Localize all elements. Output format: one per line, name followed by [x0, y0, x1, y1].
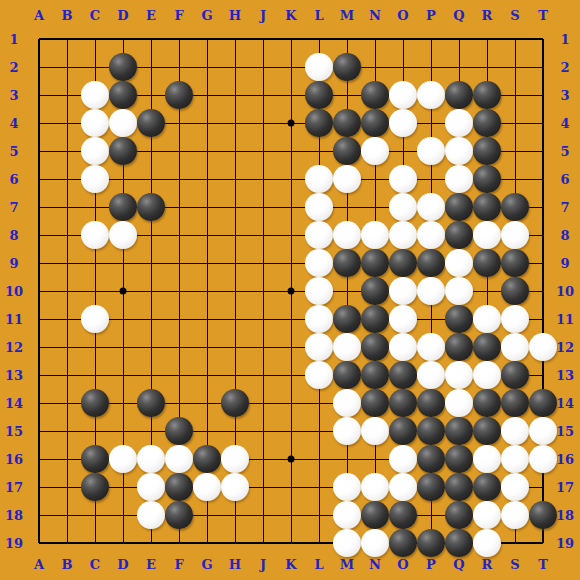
intersection-O15[interactable] [389, 417, 417, 445]
intersection-A5[interactable] [25, 137, 53, 165]
intersection-E14[interactable] [137, 389, 165, 417]
intersection-E4[interactable] [137, 109, 165, 137]
black-stone-M11[interactable] [333, 305, 361, 333]
intersection-B2[interactable] [53, 53, 81, 81]
intersection-E6[interactable] [137, 165, 165, 193]
intersection-R8[interactable] [473, 221, 501, 249]
intersection-J18[interactable] [249, 501, 277, 529]
intersection-A1[interactable] [25, 25, 53, 53]
black-stone-R9[interactable] [473, 249, 501, 277]
white-stone-L9[interactable] [305, 249, 333, 277]
intersection-C3[interactable] [81, 81, 109, 109]
white-stone-S15[interactable] [501, 417, 529, 445]
white-stone-Q13[interactable] [445, 361, 473, 389]
intersection-R5[interactable] [473, 137, 501, 165]
intersection-J10[interactable] [249, 277, 277, 305]
intersection-F10[interactable] [165, 277, 193, 305]
intersection-T13[interactable] [529, 361, 557, 389]
intersection-F18[interactable] [165, 501, 193, 529]
intersection-N14[interactable] [361, 389, 389, 417]
black-stone-R3[interactable] [473, 81, 501, 109]
intersection-B8[interactable] [53, 221, 81, 249]
intersection-A3[interactable] [25, 81, 53, 109]
intersection-D19[interactable] [109, 529, 137, 557]
intersection-H13[interactable] [221, 361, 249, 389]
intersection-P19[interactable] [417, 529, 445, 557]
black-stone-T14[interactable] [529, 389, 557, 417]
intersection-E8[interactable] [137, 221, 165, 249]
intersection-D17[interactable] [109, 473, 137, 501]
intersection-H7[interactable] [221, 193, 249, 221]
intersection-Q8[interactable] [445, 221, 473, 249]
white-stone-P7[interactable] [417, 193, 445, 221]
intersection-R3[interactable] [473, 81, 501, 109]
intersection-M18[interactable] [333, 501, 361, 529]
intersection-S9[interactable] [501, 249, 529, 277]
black-stone-Q16[interactable] [445, 445, 473, 473]
intersection-F11[interactable] [165, 305, 193, 333]
black-stone-S9[interactable] [501, 249, 529, 277]
intersection-N1[interactable] [361, 25, 389, 53]
intersection-J9[interactable] [249, 249, 277, 277]
intersection-P7[interactable] [417, 193, 445, 221]
intersection-H15[interactable] [221, 417, 249, 445]
intersection-T11[interactable] [529, 305, 557, 333]
intersection-C1[interactable] [81, 25, 109, 53]
intersection-O4[interactable] [389, 109, 417, 137]
intersection-S18[interactable] [501, 501, 529, 529]
white-stone-G17[interactable] [193, 473, 221, 501]
white-stone-F16[interactable] [165, 445, 193, 473]
intersection-L7[interactable] [305, 193, 333, 221]
intersection-C13[interactable] [81, 361, 109, 389]
white-stone-R13[interactable] [473, 361, 501, 389]
white-stone-C8[interactable] [81, 221, 109, 249]
intersection-T9[interactable] [529, 249, 557, 277]
intersection-H14[interactable] [221, 389, 249, 417]
intersection-L5[interactable] [305, 137, 333, 165]
intersection-G7[interactable] [193, 193, 221, 221]
intersection-Q4[interactable] [445, 109, 473, 137]
white-stone-S11[interactable] [501, 305, 529, 333]
intersection-C8[interactable] [81, 221, 109, 249]
intersection-K19[interactable] [277, 529, 305, 557]
white-stone-S17[interactable] [501, 473, 529, 501]
intersection-K16[interactable] [277, 445, 305, 473]
intersection-C16[interactable] [81, 445, 109, 473]
intersection-R19[interactable] [473, 529, 501, 557]
intersection-E9[interactable] [137, 249, 165, 277]
intersection-A2[interactable] [25, 53, 53, 81]
black-stone-R5[interactable] [473, 137, 501, 165]
white-stone-O10[interactable] [389, 277, 417, 305]
white-stone-H16[interactable] [221, 445, 249, 473]
intersection-G6[interactable] [193, 165, 221, 193]
intersection-G3[interactable] [193, 81, 221, 109]
black-stone-L4[interactable] [305, 109, 333, 137]
intersection-Q16[interactable] [445, 445, 473, 473]
intersection-K12[interactable] [277, 333, 305, 361]
black-stone-Q7[interactable] [445, 193, 473, 221]
black-stone-C16[interactable] [81, 445, 109, 473]
intersection-N12[interactable] [361, 333, 389, 361]
intersection-F19[interactable] [165, 529, 193, 557]
intersection-P8[interactable] [417, 221, 445, 249]
intersection-C9[interactable] [81, 249, 109, 277]
black-stone-O18[interactable] [389, 501, 417, 529]
intersection-D12[interactable] [109, 333, 137, 361]
intersection-O18[interactable] [389, 501, 417, 529]
white-stone-C5[interactable] [81, 137, 109, 165]
intersection-P15[interactable] [417, 417, 445, 445]
intersection-B4[interactable] [53, 109, 81, 137]
black-stone-R6[interactable] [473, 165, 501, 193]
intersection-B9[interactable] [53, 249, 81, 277]
intersection-H3[interactable] [221, 81, 249, 109]
black-stone-Q3[interactable] [445, 81, 473, 109]
intersection-D13[interactable] [109, 361, 137, 389]
intersection-O11[interactable] [389, 305, 417, 333]
intersection-J16[interactable] [249, 445, 277, 473]
intersection-M4[interactable] [333, 109, 361, 137]
intersection-P14[interactable] [417, 389, 445, 417]
intersection-G12[interactable] [193, 333, 221, 361]
intersection-K1[interactable] [277, 25, 305, 53]
intersection-D8[interactable] [109, 221, 137, 249]
intersection-O16[interactable] [389, 445, 417, 473]
black-stone-N4[interactable] [361, 109, 389, 137]
intersection-F1[interactable] [165, 25, 193, 53]
intersection-E11[interactable] [137, 305, 165, 333]
white-stone-R11[interactable] [473, 305, 501, 333]
intersection-L13[interactable] [305, 361, 333, 389]
intersection-G1[interactable] [193, 25, 221, 53]
black-stone-F3[interactable] [165, 81, 193, 109]
intersection-D6[interactable] [109, 165, 137, 193]
black-stone-Q19[interactable] [445, 529, 473, 557]
intersection-R10[interactable] [473, 277, 501, 305]
black-stone-C14[interactable] [81, 389, 109, 417]
black-stone-R14[interactable] [473, 389, 501, 417]
intersection-T5[interactable] [529, 137, 557, 165]
black-stone-E14[interactable] [137, 389, 165, 417]
intersection-Q11[interactable] [445, 305, 473, 333]
intersection-J14[interactable] [249, 389, 277, 417]
white-stone-N5[interactable] [361, 137, 389, 165]
white-stone-R19[interactable] [473, 529, 501, 557]
intersection-E15[interactable] [137, 417, 165, 445]
black-stone-S7[interactable] [501, 193, 529, 221]
white-stone-T15[interactable] [529, 417, 557, 445]
intersection-S12[interactable] [501, 333, 529, 361]
intersection-A11[interactable] [25, 305, 53, 333]
intersection-S17[interactable] [501, 473, 529, 501]
intersection-E1[interactable] [137, 25, 165, 53]
white-stone-Q5[interactable] [445, 137, 473, 165]
intersection-K17[interactable] [277, 473, 305, 501]
white-stone-Q6[interactable] [445, 165, 473, 193]
intersection-N19[interactable] [361, 529, 389, 557]
white-stone-C11[interactable] [81, 305, 109, 333]
intersection-T8[interactable] [529, 221, 557, 249]
intersection-N18[interactable] [361, 501, 389, 529]
intersection-N13[interactable] [361, 361, 389, 389]
white-stone-Q9[interactable] [445, 249, 473, 277]
intersection-F9[interactable] [165, 249, 193, 277]
black-stone-P16[interactable] [417, 445, 445, 473]
intersection-M5[interactable] [333, 137, 361, 165]
intersection-G19[interactable] [193, 529, 221, 557]
intersection-H2[interactable] [221, 53, 249, 81]
intersection-M7[interactable] [333, 193, 361, 221]
intersection-D11[interactable] [109, 305, 137, 333]
intersection-H17[interactable] [221, 473, 249, 501]
intersection-K6[interactable] [277, 165, 305, 193]
white-stone-L13[interactable] [305, 361, 333, 389]
intersection-L4[interactable] [305, 109, 333, 137]
white-stone-L12[interactable] [305, 333, 333, 361]
intersection-C2[interactable] [81, 53, 109, 81]
white-stone-P10[interactable] [417, 277, 445, 305]
black-stone-N10[interactable] [361, 277, 389, 305]
intersection-R9[interactable] [473, 249, 501, 277]
intersection-D18[interactable] [109, 501, 137, 529]
intersection-D16[interactable] [109, 445, 137, 473]
intersection-B12[interactable] [53, 333, 81, 361]
intersection-S4[interactable] [501, 109, 529, 137]
white-stone-E17[interactable] [137, 473, 165, 501]
white-stone-P8[interactable] [417, 221, 445, 249]
white-stone-D4[interactable] [109, 109, 137, 137]
intersection-M9[interactable] [333, 249, 361, 277]
intersection-T3[interactable] [529, 81, 557, 109]
black-stone-R4[interactable] [473, 109, 501, 137]
intersection-A17[interactable] [25, 473, 53, 501]
intersection-B18[interactable] [53, 501, 81, 529]
white-stone-Q14[interactable] [445, 389, 473, 417]
white-stone-R8[interactable] [473, 221, 501, 249]
intersection-B1[interactable] [53, 25, 81, 53]
intersection-M15[interactable] [333, 417, 361, 445]
white-stone-E16[interactable] [137, 445, 165, 473]
intersection-J4[interactable] [249, 109, 277, 137]
intersection-B16[interactable] [53, 445, 81, 473]
intersection-L2[interactable] [305, 53, 333, 81]
white-stone-O16[interactable] [389, 445, 417, 473]
intersection-G11[interactable] [193, 305, 221, 333]
white-stone-S12[interactable] [501, 333, 529, 361]
intersection-N6[interactable] [361, 165, 389, 193]
intersection-H12[interactable] [221, 333, 249, 361]
intersection-R2[interactable] [473, 53, 501, 81]
intersection-A16[interactable] [25, 445, 53, 473]
intersection-E3[interactable] [137, 81, 165, 109]
black-stone-Q8[interactable] [445, 221, 473, 249]
intersection-O14[interactable] [389, 389, 417, 417]
intersection-N15[interactable] [361, 417, 389, 445]
intersection-N5[interactable] [361, 137, 389, 165]
intersection-M12[interactable] [333, 333, 361, 361]
black-stone-R12[interactable] [473, 333, 501, 361]
white-stone-M8[interactable] [333, 221, 361, 249]
intersection-C11[interactable] [81, 305, 109, 333]
intersection-H1[interactable] [221, 25, 249, 53]
black-stone-P9[interactable] [417, 249, 445, 277]
intersection-Q17[interactable] [445, 473, 473, 501]
black-stone-D5[interactable] [109, 137, 137, 165]
intersection-T4[interactable] [529, 109, 557, 137]
white-stone-D16[interactable] [109, 445, 137, 473]
intersection-M17[interactable] [333, 473, 361, 501]
intersection-C5[interactable] [81, 137, 109, 165]
white-stone-R18[interactable] [473, 501, 501, 529]
intersection-A6[interactable] [25, 165, 53, 193]
white-stone-P13[interactable] [417, 361, 445, 389]
intersection-R12[interactable] [473, 333, 501, 361]
intersection-L8[interactable] [305, 221, 333, 249]
black-stone-L3[interactable] [305, 81, 333, 109]
intersection-D7[interactable] [109, 193, 137, 221]
intersection-S1[interactable] [501, 25, 529, 53]
black-stone-M13[interactable] [333, 361, 361, 389]
intersection-J6[interactable] [249, 165, 277, 193]
intersection-T19[interactable] [529, 529, 557, 557]
intersection-R7[interactable] [473, 193, 501, 221]
intersection-E13[interactable] [137, 361, 165, 389]
white-stone-D8[interactable] [109, 221, 137, 249]
black-stone-O9[interactable] [389, 249, 417, 277]
intersection-N7[interactable] [361, 193, 389, 221]
intersection-B10[interactable] [53, 277, 81, 305]
intersection-K13[interactable] [277, 361, 305, 389]
black-stone-Q12[interactable] [445, 333, 473, 361]
intersection-O10[interactable] [389, 277, 417, 305]
intersection-Q9[interactable] [445, 249, 473, 277]
intersection-E10[interactable] [137, 277, 165, 305]
white-stone-L6[interactable] [305, 165, 333, 193]
intersection-P4[interactable] [417, 109, 445, 137]
intersection-A12[interactable] [25, 333, 53, 361]
intersection-L19[interactable] [305, 529, 333, 557]
black-stone-Q17[interactable] [445, 473, 473, 501]
white-stone-N8[interactable] [361, 221, 389, 249]
intersection-Q5[interactable] [445, 137, 473, 165]
intersection-N3[interactable] [361, 81, 389, 109]
intersection-G2[interactable] [193, 53, 221, 81]
intersection-M8[interactable] [333, 221, 361, 249]
intersection-C14[interactable] [81, 389, 109, 417]
intersection-D3[interactable] [109, 81, 137, 109]
intersection-G4[interactable] [193, 109, 221, 137]
intersection-C15[interactable] [81, 417, 109, 445]
intersection-D15[interactable] [109, 417, 137, 445]
intersection-F4[interactable] [165, 109, 193, 137]
intersection-P2[interactable] [417, 53, 445, 81]
intersection-L18[interactable] [305, 501, 333, 529]
intersection-E19[interactable] [137, 529, 165, 557]
intersection-S11[interactable] [501, 305, 529, 333]
intersection-Q1[interactable] [445, 25, 473, 53]
intersection-R1[interactable] [473, 25, 501, 53]
intersection-E7[interactable] [137, 193, 165, 221]
intersection-D4[interactable] [109, 109, 137, 137]
black-stone-M2[interactable] [333, 53, 361, 81]
black-stone-S13[interactable] [501, 361, 529, 389]
intersection-O13[interactable] [389, 361, 417, 389]
white-stone-E18[interactable] [137, 501, 165, 529]
intersection-A19[interactable] [25, 529, 53, 557]
intersection-J2[interactable] [249, 53, 277, 81]
intersection-R11[interactable] [473, 305, 501, 333]
intersection-S19[interactable] [501, 529, 529, 557]
intersection-B5[interactable] [53, 137, 81, 165]
black-stone-H14[interactable] [221, 389, 249, 417]
intersection-T10[interactable] [529, 277, 557, 305]
intersection-C4[interactable] [81, 109, 109, 137]
black-stone-P14[interactable] [417, 389, 445, 417]
black-stone-D7[interactable] [109, 193, 137, 221]
black-stone-F17[interactable] [165, 473, 193, 501]
white-stone-Q10[interactable] [445, 277, 473, 305]
intersection-T16[interactable] [529, 445, 557, 473]
intersection-P12[interactable] [417, 333, 445, 361]
intersection-J17[interactable] [249, 473, 277, 501]
black-stone-G16[interactable] [193, 445, 221, 473]
black-stone-N12[interactable] [361, 333, 389, 361]
intersection-J8[interactable] [249, 221, 277, 249]
intersection-H6[interactable] [221, 165, 249, 193]
intersection-A8[interactable] [25, 221, 53, 249]
white-stone-O17[interactable] [389, 473, 417, 501]
intersection-E5[interactable] [137, 137, 165, 165]
intersection-D2[interactable] [109, 53, 137, 81]
intersection-G14[interactable] [193, 389, 221, 417]
black-stone-M5[interactable] [333, 137, 361, 165]
intersection-M19[interactable] [333, 529, 361, 557]
white-stone-M15[interactable] [333, 417, 361, 445]
intersection-N11[interactable] [361, 305, 389, 333]
intersection-A10[interactable] [25, 277, 53, 305]
intersection-A9[interactable] [25, 249, 53, 277]
intersection-L1[interactable] [305, 25, 333, 53]
black-stone-R7[interactable] [473, 193, 501, 221]
intersection-F3[interactable] [165, 81, 193, 109]
intersection-S5[interactable] [501, 137, 529, 165]
white-stone-O12[interactable] [389, 333, 417, 361]
white-stone-N19[interactable] [361, 529, 389, 557]
intersection-L6[interactable] [305, 165, 333, 193]
intersection-G17[interactable] [193, 473, 221, 501]
intersection-B6[interactable] [53, 165, 81, 193]
black-stone-F18[interactable] [165, 501, 193, 529]
intersection-C17[interactable] [81, 473, 109, 501]
intersection-F5[interactable] [165, 137, 193, 165]
black-stone-N14[interactable] [361, 389, 389, 417]
intersection-F2[interactable] [165, 53, 193, 81]
black-stone-R15[interactable] [473, 417, 501, 445]
intersection-Q12[interactable] [445, 333, 473, 361]
intersection-A7[interactable] [25, 193, 53, 221]
black-stone-Q18[interactable] [445, 501, 473, 529]
white-stone-M14[interactable] [333, 389, 361, 417]
intersection-B19[interactable] [53, 529, 81, 557]
intersection-N2[interactable] [361, 53, 389, 81]
intersection-G13[interactable] [193, 361, 221, 389]
intersection-G10[interactable] [193, 277, 221, 305]
intersection-L16[interactable] [305, 445, 333, 473]
intersection-R16[interactable] [473, 445, 501, 473]
intersection-C6[interactable] [81, 165, 109, 193]
